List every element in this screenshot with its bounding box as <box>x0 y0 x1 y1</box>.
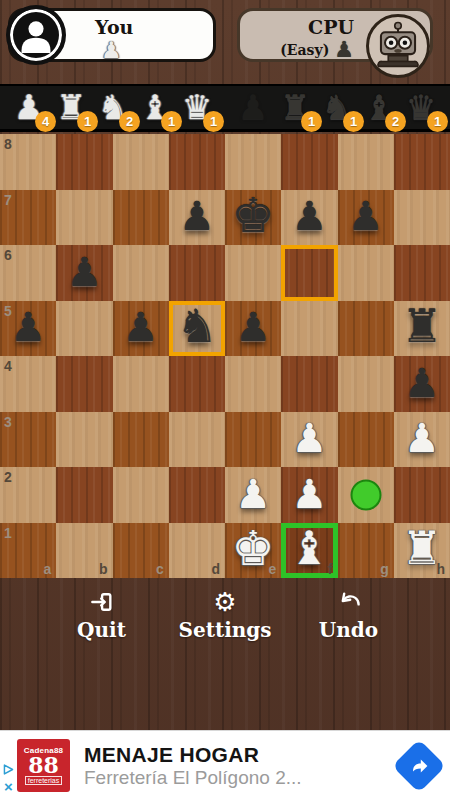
square-c1[interactable]: c <box>113 523 169 579</box>
captured-pieces-tray: ♟4♜1♞2♝1♛1 ♟♜1♞1♝2♛1 <box>0 84 450 132</box>
capture-count-badge: 1 <box>203 111 224 132</box>
square-d7[interactable]: ♟ <box>169 190 225 246</box>
square-d1[interactable]: d <box>169 523 225 579</box>
square-c4[interactable] <box>113 356 169 412</box>
person-icon <box>14 13 58 57</box>
square-h8[interactable] <box>394 134 450 190</box>
square-a6[interactable]: 6 <box>0 245 56 301</box>
square-a2[interactable]: 2 <box>0 467 56 523</box>
black-king: ♚ <box>225 188 281 244</box>
square-g4[interactable] <box>338 356 394 412</box>
rank-label-7: 7 <box>4 192 12 208</box>
rank-label-6: 6 <box>4 247 12 263</box>
rank-label-2: 2 <box>4 469 12 485</box>
settings-label: Settings <box>178 618 271 642</box>
chess-board: 87♟♚♟♟6♟5♟♟♞♟♜4♟3♟♟2♟♟1abcde♚f♝gh♜ <box>0 134 450 578</box>
white-pawn: ♟ <box>225 470 281 516</box>
square-e3[interactable] <box>225 412 281 468</box>
quit-button[interactable]: Quit <box>58 588 144 642</box>
black-pawn-icon: ♟ <box>334 38 354 61</box>
gear-icon: ⚙ <box>213 588 236 616</box>
white-pawn: ♟ <box>394 415 450 461</box>
undo-button[interactable]: Undo <box>306 588 392 642</box>
square-f3[interactable]: ♟ <box>281 412 337 468</box>
captured-white-knight: ♞2 <box>92 85 134 129</box>
square-h3[interactable]: ♟ <box>394 412 450 468</box>
square-h7[interactable] <box>394 190 450 246</box>
square-d8[interactable] <box>169 134 225 190</box>
white-pawn-icon: ♟ <box>101 38 133 62</box>
exit-icon <box>88 588 114 616</box>
square-b3[interactable] <box>56 412 112 468</box>
black-pawn-icon: ♟ <box>238 87 268 127</box>
square-c7[interactable] <box>113 190 169 246</box>
square-b2[interactable] <box>56 467 112 523</box>
square-b7[interactable] <box>56 190 112 246</box>
black-pawn: ♟ <box>169 193 225 239</box>
square-e6[interactable] <box>225 245 281 301</box>
black-pawn: ♟ <box>338 193 394 239</box>
square-d4[interactable] <box>169 356 225 412</box>
square-g8[interactable] <box>338 134 394 190</box>
square-d5[interactable]: ♞ <box>169 301 225 357</box>
file-label-e: e <box>268 561 276 577</box>
square-e4[interactable] <box>225 356 281 412</box>
square-h6[interactable] <box>394 245 450 301</box>
ad-cta-button[interactable] <box>392 739 446 793</box>
forward-arrow-icon <box>407 754 431 778</box>
captured-black-knight: ♞1 <box>316 85 358 129</box>
file-label-g: g <box>380 561 389 577</box>
player-cpu-name: CPU <box>280 16 354 38</box>
file-label-a: a <box>43 561 51 577</box>
square-g3[interactable] <box>338 412 394 468</box>
file-label-f: f <box>328 561 333 577</box>
advertiser-logo[interactable]: Cadena88 88 ferreterias <box>17 739 70 792</box>
robot-icon <box>372 20 424 72</box>
black-pawn: ♟ <box>56 248 112 294</box>
square-b6[interactable]: ♟ <box>56 245 112 301</box>
advertiser-logo-number: 88 <box>28 755 59 775</box>
captured-white-pawn: ♟4 <box>8 85 50 129</box>
square-g7[interactable]: ♟ <box>338 190 394 246</box>
square-b8[interactable] <box>56 134 112 190</box>
ad-close-button[interactable]: × <box>4 779 13 794</box>
square-a1[interactable]: 1a <box>0 523 56 579</box>
square-f1[interactable]: f♝ <box>281 523 337 579</box>
square-c5[interactable]: ♟ <box>113 301 169 357</box>
captured-black-queen: ♛1 <box>400 85 442 129</box>
rank-label-4: 4 <box>4 358 12 374</box>
rank-label-8: 8 <box>4 136 12 152</box>
black-pawn: ♟ <box>113 304 169 350</box>
square-h4[interactable]: ♟ <box>394 356 450 412</box>
square-b4[interactable] <box>56 356 112 412</box>
square-b1[interactable]: b <box>56 523 112 579</box>
square-f7[interactable]: ♟ <box>281 190 337 246</box>
ad-subtitle[interactable]: Ferretería El Polígono 2... <box>84 767 388 789</box>
player-you-name: You <box>95 16 133 38</box>
square-b5[interactable] <box>56 301 112 357</box>
white-pawn: ♟ <box>281 415 337 461</box>
black-knight: ♞ <box>169 300 225 354</box>
square-f4[interactable] <box>281 356 337 412</box>
square-d6[interactable] <box>169 245 225 301</box>
black-pawn: ♟ <box>281 193 337 239</box>
file-label-d: d <box>211 561 220 577</box>
square-c6[interactable] <box>113 245 169 301</box>
captured-white-pieces: ♟4♜1♞2♝1♛1 <box>8 85 218 129</box>
square-g6[interactable] <box>338 245 394 301</box>
square-c2[interactable] <box>113 467 169 523</box>
square-e5[interactable]: ♟ <box>225 301 281 357</box>
square-g5[interactable] <box>338 301 394 357</box>
square-d2[interactable] <box>169 467 225 523</box>
captured-white-queen: ♛1 <box>176 85 218 129</box>
square-c3[interactable] <box>113 412 169 468</box>
file-label-c: c <box>156 561 164 577</box>
rank-label-3: 3 <box>4 414 12 430</box>
rank-label-1: 1 <box>4 525 12 541</box>
square-h2[interactable] <box>394 467 450 523</box>
capture-count-badge: 1 <box>427 111 448 132</box>
square-e7[interactable]: ♚ <box>225 190 281 246</box>
top-bar: You ♟ CPU (Easy) ♟ <box>0 0 450 72</box>
square-a8[interactable]: 8 <box>0 134 56 190</box>
square-f8[interactable] <box>281 134 337 190</box>
square-a7[interactable]: 7 <box>0 190 56 246</box>
undo-label: Undo <box>319 618 378 642</box>
file-label-b: b <box>99 561 108 577</box>
black-pawn: ♟ <box>225 304 281 350</box>
square-a5[interactable]: 5♟ <box>0 301 56 357</box>
cpu-difficulty: (Easy) <box>280 42 329 58</box>
app-screen: You ♟ CPU (Easy) ♟ <box>0 0 450 800</box>
undo-icon <box>335 588 363 616</box>
black-pawn: ♟ <box>394 359 450 405</box>
square-a4[interactable]: 4 <box>0 356 56 412</box>
square-h5[interactable]: ♜ <box>394 301 450 357</box>
square-d3[interactable] <box>169 412 225 468</box>
legal-move-dot[interactable] <box>350 479 381 510</box>
square-f5[interactable] <box>281 301 337 357</box>
square-e2[interactable]: ♟ <box>225 467 281 523</box>
square-g2[interactable] <box>338 467 394 523</box>
settings-button[interactable]: ⚙Settings <box>178 588 271 642</box>
captured-white-bishop: ♝1 <box>134 85 176 129</box>
user-avatar <box>6 5 66 65</box>
square-g1[interactable]: g <box>338 523 394 579</box>
captured-white-rook: ♜1 <box>50 85 92 129</box>
captured-black-rook: ♜1 <box>274 85 316 129</box>
rank-label-5: 5 <box>4 303 12 319</box>
square-a3[interactable]: 3 <box>0 412 56 468</box>
file-label-h: h <box>436 561 445 577</box>
player-card-cpu: CPU (Easy) ♟ <box>237 8 433 62</box>
square-f6[interactable] <box>281 245 337 301</box>
square-e1[interactable]: e♚ <box>225 523 281 579</box>
adchoices-icon[interactable] <box>2 763 15 776</box>
advertiser-logo-sub: ferreterias <box>25 776 63 785</box>
quit-label: Quit <box>77 618 126 642</box>
captured-black-pawn: ♟ <box>232 85 274 129</box>
square-h1[interactable]: h♜ <box>394 523 450 579</box>
square-f2[interactable]: ♟ <box>281 467 337 523</box>
captured-black-bishop: ♝2 <box>358 85 400 129</box>
game-controls: Quit⚙SettingsUndo <box>0 578 450 730</box>
captured-black-pieces: ♟♜1♞1♝2♛1 <box>232 85 442 129</box>
ad-headline[interactable]: MENAJE HOGAR <box>84 743 388 767</box>
white-pawn: ♟ <box>281 470 337 516</box>
black-rook: ♜ <box>394 300 450 354</box>
robot-avatar <box>366 14 430 78</box>
square-c8[interactable] <box>113 134 169 190</box>
square-e8[interactable] <box>225 134 281 190</box>
ad-banner[interactable]: × Cadena88 88 ferreterias MENAJE HOGAR F… <box>0 730 450 800</box>
